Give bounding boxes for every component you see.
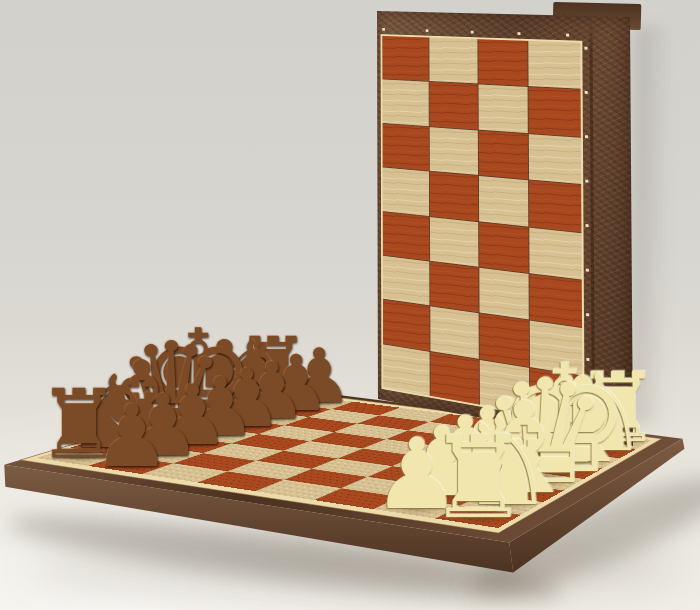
upright-square-r4c1 — [383, 168, 429, 216]
upright-square-r6c4 — [530, 274, 582, 327]
upright-square-r7c4 — [530, 321, 582, 375]
upright-square-r3c3 — [478, 130, 528, 179]
upright-square-r2c2 — [429, 82, 477, 129]
upright-square-r3c2 — [429, 127, 477, 175]
piece-shadow — [56, 447, 106, 463]
upright-square-r8c3 — [479, 360, 529, 414]
upright-board-grid — [381, 34, 585, 425]
upright-square-r2c1 — [382, 80, 428, 126]
upright-square-r8c1 — [383, 344, 429, 396]
upright-square-r1c2 — [429, 38, 477, 84]
upright-board — [377, 11, 633, 446]
piece-shadow — [450, 505, 510, 524]
upright-square-r7c2 — [430, 307, 478, 359]
upright-square-r3c1 — [383, 124, 429, 171]
upright-square-r4c3 — [478, 176, 528, 226]
upright-square-r6c2 — [430, 262, 478, 313]
upright-square-r4c2 — [430, 172, 478, 221]
upright-square-r6c3 — [479, 268, 529, 320]
upright-square-r5c3 — [479, 222, 529, 273]
upright-square-r8c4 — [530, 368, 582, 423]
upright-square-r7c3 — [479, 314, 529, 367]
upright-square-r8c2 — [430, 352, 478, 405]
chess-set-photo: ♜♟♞♟♝♟♚♟♛♟♟♝♜♟♟♞♞♟♟♜♝♟♟♚♟♛♟♝♟♞♟♜ — [0, 0, 700, 610]
upright-square-r1c3 — [478, 39, 528, 86]
upright-square-r1c4 — [529, 41, 581, 89]
upright-square-r5c2 — [430, 217, 478, 267]
upright-square-r1c1 — [382, 36, 428, 81]
upright-square-r4c4 — [529, 181, 581, 232]
upright-square-r2c4 — [529, 87, 581, 136]
upright-square-r7c1 — [383, 300, 429, 351]
upright-square-r5c1 — [383, 212, 429, 261]
upright-square-r5c4 — [530, 227, 582, 279]
upright-square-r3c4 — [529, 134, 581, 184]
upright-square-r2c3 — [478, 85, 528, 133]
upright-board-spine-line — [589, 18, 595, 437]
upright-square-r6c1 — [383, 256, 429, 306]
